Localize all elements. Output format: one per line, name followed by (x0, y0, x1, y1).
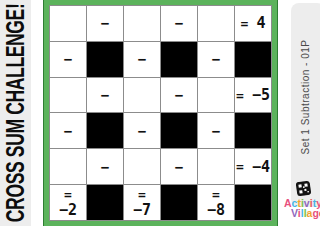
activity-village-logo: Activity Village (284, 198, 320, 218)
target-value: −4 (252, 158, 270, 176)
answer-cell-r5c3[interactable] (124, 149, 160, 184)
minus-operator-r1c4: − (161, 6, 197, 41)
target-cell-r3c6: =−5 (235, 78, 271, 113)
equals-sign: = (236, 159, 244, 174)
minus-sign: − (101, 15, 109, 31)
minus-sign: − (64, 123, 72, 139)
black-cell-r6c2 (87, 185, 123, 220)
answer-cell-r3c5[interactable] (198, 78, 234, 113)
qr-code-icon (295, 180, 312, 197)
target-value: −5 (252, 86, 270, 104)
logo-letter: V (291, 207, 298, 219)
minus-sign: − (212, 51, 220, 67)
equals-sign: = (138, 188, 146, 201)
equals-sign: = (236, 88, 244, 103)
equals-sign: = (64, 188, 72, 201)
target-cell-r6c1: =−2 (50, 185, 86, 220)
set-label: Set 1 Subtraction - 01P (293, 22, 317, 172)
logo-word-village: Village (291, 208, 320, 218)
minus-operator-r4c3: − (124, 113, 160, 148)
target-value: −2 (59, 203, 77, 218)
minus-sign: − (175, 159, 183, 175)
target-cell-r5c6: =−4 (235, 149, 271, 184)
minus-sign: − (64, 51, 72, 67)
minus-sign: − (212, 123, 220, 139)
answer-cell-r5c1[interactable] (50, 149, 86, 184)
minus-operator-r1c2: − (87, 6, 123, 41)
answer-cell-r5c5[interactable] (198, 149, 234, 184)
puzzle-board: −−=4−−−−−=−5−−−−−=−4=−2=−7=−8 (44, 0, 277, 226)
target-cell-r1c6: =4 (235, 6, 271, 41)
left-banner-text-rotated: CROSS SUM CHALLENGE! (0, 0, 31, 226)
equals-sign: = (241, 16, 249, 31)
minus-sign: − (175, 15, 183, 31)
minus-operator-r2c5: − (198, 42, 234, 77)
minus-operator-r5c2: − (87, 149, 123, 184)
black-cell-r2c4 (161, 42, 197, 77)
answer-cell-r1c5[interactable] (198, 6, 234, 41)
answer-cell-r3c3[interactable] (124, 78, 160, 113)
black-cell-r2c2 (87, 42, 123, 77)
minus-operator-r4c5: − (198, 113, 234, 148)
worksheet-page: CROSS SUM CHALLENGE! −−=4−−−−−=−5−−−−−=−… (0, 0, 320, 226)
minus-operator-r2c3: − (124, 42, 160, 77)
minus-sign: − (101, 159, 109, 175)
equals-sign: = (212, 188, 220, 201)
minus-sign: − (138, 51, 146, 67)
page-title: CROSS SUM CHALLENGE! (1, 4, 30, 223)
black-cell-r6c6 (235, 185, 271, 220)
target-value: −7 (133, 203, 151, 218)
answer-cell-r3c1[interactable] (50, 78, 86, 113)
black-cell-r6c4 (161, 185, 197, 220)
target-cell-r6c3: =−7 (124, 185, 160, 220)
minus-operator-r2c1: − (50, 42, 86, 77)
minus-sign: − (175, 87, 183, 103)
minus-sign: − (138, 123, 146, 139)
minus-sign: − (101, 87, 109, 103)
minus-operator-r4c1: − (50, 113, 86, 148)
black-cell-r4c6 (235, 113, 271, 148)
target-value: −8 (207, 203, 225, 218)
answer-cell-r1c3[interactable] (124, 6, 160, 41)
target-cell-r6c5: =−8 (198, 185, 234, 220)
minus-operator-r3c2: − (87, 78, 123, 113)
black-cell-r4c4 (161, 113, 197, 148)
answer-cell-r1c1[interactable] (50, 6, 86, 41)
black-cell-r4c2 (87, 113, 123, 148)
minus-operator-r5c4: − (161, 149, 197, 184)
target-value: 4 (256, 14, 265, 32)
minus-operator-r3c4: − (161, 78, 197, 113)
black-cell-r2c6 (235, 42, 271, 77)
